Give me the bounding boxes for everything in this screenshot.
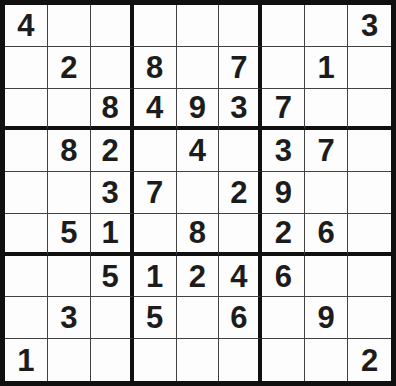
- cell-r8c1[interactable]: [5, 297, 48, 339]
- cell-r2c3[interactable]: [91, 47, 134, 89]
- cell-r3c8[interactable]: [305, 89, 348, 131]
- cell-r9c8[interactable]: [305, 339, 348, 381]
- cell-r9c5[interactable]: [177, 339, 220, 381]
- cell-r6c4[interactable]: [134, 214, 177, 256]
- cell-r4c3[interactable]: 2: [91, 130, 134, 172]
- sudoku-board: 432871849378243737295182651246356912: [0, 0, 396, 386]
- cell-r7c9[interactable]: [348, 256, 391, 298]
- cell-r1c7[interactable]: [262, 5, 305, 47]
- cell-r9c3[interactable]: [91, 339, 134, 381]
- cell-r3c1[interactable]: [5, 89, 48, 131]
- cell-r9c9[interactable]: 2: [348, 339, 391, 381]
- cell-r4c2[interactable]: 8: [48, 130, 91, 172]
- cell-r1c1[interactable]: 4: [5, 5, 48, 47]
- cell-r6c7[interactable]: 2: [262, 214, 305, 256]
- cell-r8c2[interactable]: 3: [48, 297, 91, 339]
- cell-r8c5[interactable]: [177, 297, 220, 339]
- cell-r5c8[interactable]: [305, 172, 348, 214]
- cell-r5c5[interactable]: [177, 172, 220, 214]
- cell-r1c5[interactable]: [177, 5, 220, 47]
- cell-r8c4[interactable]: 5: [134, 297, 177, 339]
- cell-r6c8[interactable]: 6: [305, 214, 348, 256]
- cell-r2c5[interactable]: [177, 47, 220, 89]
- cell-r8c6[interactable]: 6: [219, 297, 262, 339]
- cell-r4c8[interactable]: 7: [305, 130, 348, 172]
- cell-r4c9[interactable]: [348, 130, 391, 172]
- cell-r1c9[interactable]: 3: [348, 5, 391, 47]
- cell-r5c2[interactable]: [48, 172, 91, 214]
- cell-r5c9[interactable]: [348, 172, 391, 214]
- cell-r4c7[interactable]: 3: [262, 130, 305, 172]
- cell-r6c9[interactable]: [348, 214, 391, 256]
- cell-r9c6[interactable]: [219, 339, 262, 381]
- cell-r9c4[interactable]: [134, 339, 177, 381]
- cell-r4c6[interactable]: [219, 130, 262, 172]
- cell-r8c9[interactable]: [348, 297, 391, 339]
- cell-r8c7[interactable]: [262, 297, 305, 339]
- cell-r7c5[interactable]: 2: [177, 256, 220, 298]
- cell-r3c4[interactable]: 4: [134, 89, 177, 131]
- cell-r7c4[interactable]: 1: [134, 256, 177, 298]
- cell-r5c3[interactable]: 3: [91, 172, 134, 214]
- cell-r6c5[interactable]: 8: [177, 214, 220, 256]
- cell-r5c7[interactable]: 9: [262, 172, 305, 214]
- cell-r7c2[interactable]: [48, 256, 91, 298]
- cell-r1c6[interactable]: [219, 5, 262, 47]
- cell-r9c1[interactable]: 1: [5, 339, 48, 381]
- cell-r7c1[interactable]: [5, 256, 48, 298]
- cell-r2c4[interactable]: 8: [134, 47, 177, 89]
- cell-r5c6[interactable]: 2: [219, 172, 262, 214]
- cell-r6c6[interactable]: [219, 214, 262, 256]
- cell-r4c4[interactable]: [134, 130, 177, 172]
- cell-r1c4[interactable]: [134, 5, 177, 47]
- cell-r4c5[interactable]: 4: [177, 130, 220, 172]
- cell-r2c6[interactable]: 7: [219, 47, 262, 89]
- cell-r7c6[interactable]: 4: [219, 256, 262, 298]
- cell-r7c3[interactable]: 5: [91, 256, 134, 298]
- cell-r2c1[interactable]: [5, 47, 48, 89]
- cell-r5c1[interactable]: [5, 172, 48, 214]
- cell-r1c2[interactable]: [48, 5, 91, 47]
- cell-r2c8[interactable]: 1: [305, 47, 348, 89]
- cell-r3c5[interactable]: 9: [177, 89, 220, 131]
- cell-r7c8[interactable]: [305, 256, 348, 298]
- cell-r6c2[interactable]: 5: [48, 214, 91, 256]
- cell-r8c8[interactable]: 9: [305, 297, 348, 339]
- cell-r3c7[interactable]: 7: [262, 89, 305, 131]
- cell-r6c1[interactable]: [5, 214, 48, 256]
- cell-r9c2[interactable]: [48, 339, 91, 381]
- cell-r2c7[interactable]: [262, 47, 305, 89]
- cell-r1c8[interactable]: [305, 5, 348, 47]
- cell-r3c3[interactable]: 8: [91, 89, 134, 131]
- cell-r1c3[interactable]: [91, 5, 134, 47]
- cell-r3c6[interactable]: 3: [219, 89, 262, 131]
- cell-r5c4[interactable]: 7: [134, 172, 177, 214]
- cell-r9c7[interactable]: [262, 339, 305, 381]
- cell-r7c7[interactable]: 6: [262, 256, 305, 298]
- cell-r3c9[interactable]: [348, 89, 391, 131]
- cell-r4c1[interactable]: [5, 130, 48, 172]
- cell-r6c3[interactable]: 1: [91, 214, 134, 256]
- cell-r2c2[interactable]: 2: [48, 47, 91, 89]
- cell-r2c9[interactable]: [348, 47, 391, 89]
- cell-r8c3[interactable]: [91, 297, 134, 339]
- cell-r3c2[interactable]: [48, 89, 91, 131]
